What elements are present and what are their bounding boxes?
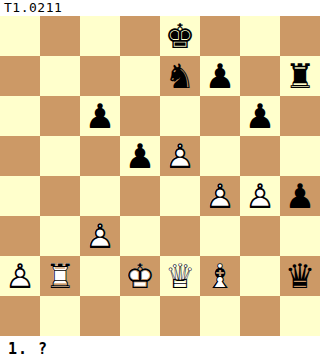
square-g1[interactable] <box>240 296 280 336</box>
square-f2[interactable]: ♝♗ <box>200 256 240 296</box>
square-h1[interactable] <box>280 296 320 336</box>
white-pawn-e5: ♟♙ <box>160 136 200 176</box>
square-g3[interactable] <box>240 216 280 256</box>
square-g5[interactable] <box>240 136 280 176</box>
square-f5[interactable] <box>200 136 240 176</box>
square-d1[interactable] <box>120 296 160 336</box>
square-b5[interactable] <box>40 136 80 176</box>
square-e5[interactable]: ♟♙ <box>160 136 200 176</box>
square-e3[interactable] <box>160 216 200 256</box>
square-d2[interactable]: ♚♔ <box>120 256 160 296</box>
square-c2[interactable] <box>80 256 120 296</box>
square-c5[interactable] <box>80 136 120 176</box>
square-h3[interactable] <box>280 216 320 256</box>
square-c7[interactable] <box>80 56 120 96</box>
square-e7[interactable]: ♞ <box>160 56 200 96</box>
square-a5[interactable] <box>0 136 40 176</box>
square-b4[interactable] <box>40 176 80 216</box>
black-rook-h7: ♜ <box>280 56 320 96</box>
move-prompt: 1. ? <box>0 336 320 358</box>
black-pawn-h4: ♟ <box>280 176 320 216</box>
square-g8[interactable] <box>240 16 280 56</box>
white-pawn-c3: ♟♙ <box>80 216 120 256</box>
square-f7[interactable]: ♟ <box>200 56 240 96</box>
white-bishop-f2: ♝♗ <box>200 256 240 296</box>
black-pawn-g6: ♟ <box>240 96 280 136</box>
white-queen-e2: ♛♕ <box>160 256 200 296</box>
square-h4[interactable]: ♟ <box>280 176 320 216</box>
square-g4[interactable]: ♟♙ <box>240 176 280 216</box>
square-c3[interactable]: ♟♙ <box>80 216 120 256</box>
square-e8[interactable]: ♚ <box>160 16 200 56</box>
square-d8[interactable] <box>120 16 160 56</box>
square-d5[interactable]: ♟ <box>120 136 160 176</box>
square-h6[interactable] <box>280 96 320 136</box>
square-d6[interactable] <box>120 96 160 136</box>
white-rook-b2: ♜♖ <box>40 256 80 296</box>
black-king-e8: ♚ <box>160 16 200 56</box>
square-f6[interactable] <box>200 96 240 136</box>
square-d3[interactable] <box>120 216 160 256</box>
puzzle-id-label: T1.0211 <box>0 0 320 16</box>
white-pawn-f4: ♟♙ <box>200 176 240 216</box>
square-d4[interactable] <box>120 176 160 216</box>
square-b2[interactable]: ♜♖ <box>40 256 80 296</box>
square-e2[interactable]: ♛♕ <box>160 256 200 296</box>
square-b7[interactable] <box>40 56 80 96</box>
square-a3[interactable] <box>0 216 40 256</box>
black-pawn-f7: ♟ <box>200 56 240 96</box>
square-h5[interactable] <box>280 136 320 176</box>
square-a4[interactable] <box>0 176 40 216</box>
white-pawn-a2: ♟♙ <box>0 256 40 296</box>
white-pawn-g4: ♟♙ <box>240 176 280 216</box>
square-b8[interactable] <box>40 16 80 56</box>
chess-board: ♚♞♟♜♟♟♟♟♙♟♙♟♙♟♟♙♟♙♜♖♚♔♛♕♝♗♛ <box>0 16 320 336</box>
square-f3[interactable] <box>200 216 240 256</box>
square-g2[interactable] <box>240 256 280 296</box>
square-b3[interactable] <box>40 216 80 256</box>
square-c6[interactable]: ♟ <box>80 96 120 136</box>
chess-puzzle-window: T1.0211 ♚♞♟♜♟♟♟♟♙♟♙♟♙♟♟♙♟♙♜♖♚♔♛♕♝♗♛ 1. ? <box>0 0 320 360</box>
square-f1[interactable] <box>200 296 240 336</box>
square-h8[interactable] <box>280 16 320 56</box>
square-f8[interactable] <box>200 16 240 56</box>
square-e1[interactable] <box>160 296 200 336</box>
square-h2[interactable]: ♛ <box>280 256 320 296</box>
black-queen-h2: ♛ <box>280 256 320 296</box>
square-a6[interactable] <box>0 96 40 136</box>
black-pawn-c6: ♟ <box>80 96 120 136</box>
square-g6[interactable]: ♟ <box>240 96 280 136</box>
black-knight-e7: ♞ <box>160 56 200 96</box>
square-b1[interactable] <box>40 296 80 336</box>
square-b6[interactable] <box>40 96 80 136</box>
square-g7[interactable] <box>240 56 280 96</box>
square-e4[interactable] <box>160 176 200 216</box>
square-h7[interactable]: ♜ <box>280 56 320 96</box>
square-c8[interactable] <box>80 16 120 56</box>
white-king-d2: ♚♔ <box>120 256 160 296</box>
square-a1[interactable] <box>0 296 40 336</box>
square-a8[interactable] <box>0 16 40 56</box>
square-c4[interactable] <box>80 176 120 216</box>
square-a7[interactable] <box>0 56 40 96</box>
square-e6[interactable] <box>160 96 200 136</box>
black-pawn-d5: ♟ <box>120 136 160 176</box>
square-f4[interactable]: ♟♙ <box>200 176 240 216</box>
square-a2[interactable]: ♟♙ <box>0 256 40 296</box>
square-c1[interactable] <box>80 296 120 336</box>
square-d7[interactable] <box>120 56 160 96</box>
